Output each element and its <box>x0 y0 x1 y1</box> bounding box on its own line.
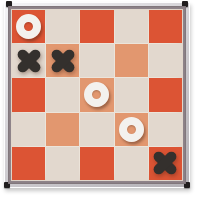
cell-r2c5[interactable] <box>149 44 182 77</box>
x-piece-r2c2[interactable] <box>49 47 77 75</box>
cell-r5c3[interactable] <box>80 147 113 180</box>
cell-r5c2[interactable] <box>46 147 79 180</box>
o-piece-r4c4[interactable] <box>119 117 144 142</box>
x-piece-r5c5[interactable] <box>151 149 179 177</box>
cell-r5c1[interactable] <box>12 147 45 180</box>
cell-r5c4[interactable] <box>115 147 148 180</box>
o-piece-r1c1[interactable] <box>16 14 41 39</box>
cell-r2c4[interactable] <box>115 44 148 77</box>
cell-r3c4[interactable] <box>115 78 148 111</box>
cell-r3c1[interactable] <box>12 78 45 111</box>
cell-r2c2[interactable] <box>46 44 79 77</box>
cell-r1c4[interactable] <box>115 10 148 43</box>
cell-r3c5[interactable] <box>149 78 182 111</box>
cell-r2c3[interactable] <box>80 44 113 77</box>
cell-r4c4[interactable] <box>115 113 148 146</box>
cell-r5c5[interactable] <box>149 147 182 180</box>
board-frame <box>4 2 190 188</box>
board-grid <box>11 9 183 181</box>
cell-r1c2[interactable] <box>46 10 79 43</box>
cell-r4c5[interactable] <box>149 113 182 146</box>
cell-r1c1[interactable] <box>12 10 45 43</box>
cell-r2c1[interactable] <box>12 44 45 77</box>
cell-r3c2[interactable] <box>46 78 79 111</box>
cell-r4c3[interactable] <box>80 113 113 146</box>
x-piece-r2c1[interactable] <box>15 47 43 75</box>
cell-r1c3[interactable] <box>80 10 113 43</box>
board-frame-inner-band <box>8 6 186 184</box>
o-piece-r3c3[interactable] <box>84 82 109 107</box>
cell-r4c2[interactable] <box>46 113 79 146</box>
cell-r4c1[interactable] <box>12 113 45 146</box>
cell-r1c5[interactable] <box>149 10 182 43</box>
cell-r3c3[interactable] <box>80 78 113 111</box>
